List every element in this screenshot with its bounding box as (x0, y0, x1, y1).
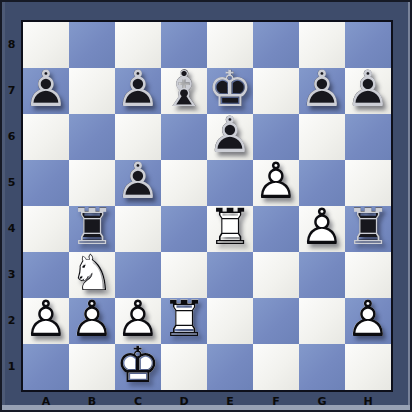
piece-glyph-outline: ♗ (161, 64, 207, 114)
piece-glyph-fill: ♜ (69, 202, 115, 252)
square-a1[interactable] (23, 344, 69, 390)
piece-glyph-fill: ♟ (299, 202, 345, 252)
square-f6[interactable] (253, 114, 299, 160)
square-d4[interactable] (161, 206, 207, 252)
square-a7[interactable]: ♟♙ (23, 68, 69, 114)
square-h2[interactable]: ♟♙ (345, 298, 391, 344)
square-a5[interactable] (23, 160, 69, 206)
square-d6[interactable] (161, 114, 207, 160)
piece-glyph-fill: ♟ (23, 64, 69, 114)
piece-glyph-fill: ♜ (161, 294, 207, 344)
piece-white-king[interactable]: ♚♔ (115, 344, 161, 390)
square-h5[interactable] (345, 160, 391, 206)
rank-label-6: 6 (2, 114, 21, 160)
piece-glyph-outline: ♖ (69, 202, 115, 252)
square-g6[interactable] (299, 114, 345, 160)
piece-black-pawn[interactable]: ♟♙ (207, 114, 253, 160)
square-b1[interactable] (69, 344, 115, 390)
rank-label-1: 1 (2, 344, 21, 390)
piece-black-pawn[interactable]: ♟♙ (115, 68, 161, 114)
square-b2[interactable]: ♟♙ (69, 298, 115, 344)
piece-glyph-outline: ♖ (161, 294, 207, 344)
piece-glyph-fill: ♟ (69, 294, 115, 344)
chess-diagram-frame: ♟♙♟♙♝♗♚♔♟♙♟♙♟♙♟♙♟♙♜♖♜♖♟♙♜♖♞♘♟♙♟♙♟♙♜♖♟♙♚♔… (0, 0, 412, 412)
file-label-E: E (207, 393, 253, 410)
square-g5[interactable] (299, 160, 345, 206)
square-b6[interactable] (69, 114, 115, 160)
square-f4[interactable] (253, 206, 299, 252)
square-h7[interactable]: ♟♙ (345, 68, 391, 114)
square-h4[interactable]: ♜♖ (345, 206, 391, 252)
rank-label-5: 5 (2, 160, 21, 206)
file-label-B: B (69, 393, 115, 410)
square-a3[interactable] (23, 252, 69, 298)
square-h1[interactable] (345, 344, 391, 390)
piece-glyph-outline: ♙ (299, 64, 345, 114)
piece-glyph-fill: ♟ (115, 64, 161, 114)
square-d5[interactable] (161, 160, 207, 206)
square-c5[interactable]: ♟♙ (115, 160, 161, 206)
piece-black-pawn[interactable]: ♟♙ (115, 160, 161, 206)
square-c4[interactable] (115, 206, 161, 252)
piece-glyph-outline: ♙ (345, 64, 391, 114)
piece-white-pawn[interactable]: ♟♙ (115, 298, 161, 344)
piece-glyph-fill: ♟ (115, 156, 161, 206)
piece-glyph-fill: ♜ (207, 202, 253, 252)
square-e3[interactable] (207, 252, 253, 298)
piece-glyph-outline: ♘ (69, 248, 115, 298)
square-d3[interactable] (161, 252, 207, 298)
square-f3[interactable] (253, 252, 299, 298)
square-e1[interactable] (207, 344, 253, 390)
file-label-C: C (115, 393, 161, 410)
piece-white-pawn[interactable]: ♟♙ (253, 160, 299, 206)
square-e2[interactable] (207, 298, 253, 344)
square-c2[interactable]: ♟♙ (115, 298, 161, 344)
piece-black-pawn[interactable]: ♟♙ (23, 68, 69, 114)
piece-glyph-fill: ♞ (69, 248, 115, 298)
square-d2[interactable]: ♜♖ (161, 298, 207, 344)
square-g2[interactable] (299, 298, 345, 344)
piece-glyph-outline: ♙ (115, 156, 161, 206)
piece-black-bishop[interactable]: ♝♗ (161, 68, 207, 114)
piece-glyph-fill: ♚ (115, 340, 161, 390)
square-f2[interactable] (253, 298, 299, 344)
square-b3[interactable]: ♞♘ (69, 252, 115, 298)
file-label-A: A (23, 393, 69, 410)
rank-label-8: 8 (2, 22, 21, 68)
file-label-F: F (253, 393, 299, 410)
square-c8[interactable] (115, 22, 161, 68)
piece-black-pawn[interactable]: ♟♙ (299, 68, 345, 114)
square-b5[interactable] (69, 160, 115, 206)
square-e8[interactable] (207, 22, 253, 68)
piece-black-rook[interactable]: ♜♖ (345, 206, 391, 252)
square-f7[interactable] (253, 68, 299, 114)
square-a6[interactable] (23, 114, 69, 160)
piece-glyph-fill: ♟ (23, 294, 69, 344)
piece-white-pawn[interactable]: ♟♙ (69, 298, 115, 344)
piece-glyph-outline: ♙ (23, 294, 69, 344)
square-a4[interactable] (23, 206, 69, 252)
piece-glyph-outline: ♙ (69, 294, 115, 344)
square-f5[interactable]: ♟♙ (253, 160, 299, 206)
square-d8[interactable] (161, 22, 207, 68)
chess-board: ♟♙♟♙♝♗♚♔♟♙♟♙♟♙♟♙♟♙♜♖♜♖♟♙♜♖♞♘♟♙♟♙♟♙♜♖♟♙♚♔ (21, 20, 393, 392)
file-label-D: D (161, 393, 207, 410)
piece-glyph-fill: ♚ (207, 64, 253, 114)
piece-glyph-outline: ♖ (207, 202, 253, 252)
piece-glyph-fill: ♟ (253, 156, 299, 206)
square-d7[interactable]: ♝♗ (161, 68, 207, 114)
rank-label-4: 4 (2, 206, 21, 252)
piece-glyph-outline: ♔ (207, 64, 253, 114)
piece-glyph-outline: ♙ (23, 64, 69, 114)
square-f8[interactable] (253, 22, 299, 68)
square-g8[interactable] (299, 22, 345, 68)
rank-label-3: 3 (2, 252, 21, 298)
piece-black-rook[interactable]: ♜♖ (69, 206, 115, 252)
piece-white-rook[interactable]: ♜♖ (161, 298, 207, 344)
square-a8[interactable] (23, 22, 69, 68)
piece-glyph-outline: ♙ (115, 64, 161, 114)
piece-white-pawn[interactable]: ♟♙ (299, 206, 345, 252)
piece-black-pawn[interactable]: ♟♙ (345, 68, 391, 114)
rank-label-2: 2 (2, 298, 21, 344)
piece-glyph-fill: ♟ (345, 64, 391, 114)
piece-glyph-fill: ♟ (115, 294, 161, 344)
piece-white-knight[interactable]: ♞♘ (69, 252, 115, 298)
square-d1[interactable] (161, 344, 207, 390)
square-c1[interactable]: ♚♔ (115, 344, 161, 390)
square-c7[interactable]: ♟♙ (115, 68, 161, 114)
piece-white-rook[interactable]: ♜♖ (207, 206, 253, 252)
square-h6[interactable] (345, 114, 391, 160)
piece-glyph-outline: ♙ (345, 294, 391, 344)
piece-glyph-fill: ♟ (345, 294, 391, 344)
square-g3[interactable] (299, 252, 345, 298)
square-e4[interactable]: ♜♖ (207, 206, 253, 252)
square-b4[interactable]: ♜♖ (69, 206, 115, 252)
piece-glyph-outline: ♙ (115, 294, 161, 344)
piece-glyph-fill: ♝ (161, 64, 207, 114)
piece-black-king[interactable]: ♚♔ (207, 68, 253, 114)
square-e6[interactable]: ♟♙ (207, 114, 253, 160)
square-b8[interactable] (69, 22, 115, 68)
square-b7[interactable] (69, 68, 115, 114)
piece-white-pawn[interactable]: ♟♙ (345, 298, 391, 344)
file-label-H: H (345, 393, 391, 410)
square-e5[interactable] (207, 160, 253, 206)
piece-glyph-fill: ♟ (299, 64, 345, 114)
piece-glyph-outline: ♔ (115, 340, 161, 390)
square-e7[interactable]: ♚♔ (207, 68, 253, 114)
piece-glyph-outline: ♙ (253, 156, 299, 206)
piece-glyph-outline: ♙ (207, 110, 253, 160)
square-h8[interactable] (345, 22, 391, 68)
square-c6[interactable] (115, 114, 161, 160)
square-g7[interactable]: ♟♙ (299, 68, 345, 114)
square-c3[interactable] (115, 252, 161, 298)
piece-glyph-outline: ♙ (299, 202, 345, 252)
square-g4[interactable]: ♟♙ (299, 206, 345, 252)
piece-white-pawn[interactable]: ♟♙ (23, 298, 69, 344)
square-f1[interactable] (253, 344, 299, 390)
piece-glyph-fill: ♜ (345, 202, 391, 252)
piece-glyph-fill: ♟ (207, 110, 253, 160)
piece-glyph-outline: ♖ (345, 202, 391, 252)
rank-label-7: 7 (2, 68, 21, 114)
square-a2[interactable]: ♟♙ (23, 298, 69, 344)
square-h3[interactable] (345, 252, 391, 298)
square-g1[interactable] (299, 344, 345, 390)
file-label-G: G (299, 393, 345, 410)
